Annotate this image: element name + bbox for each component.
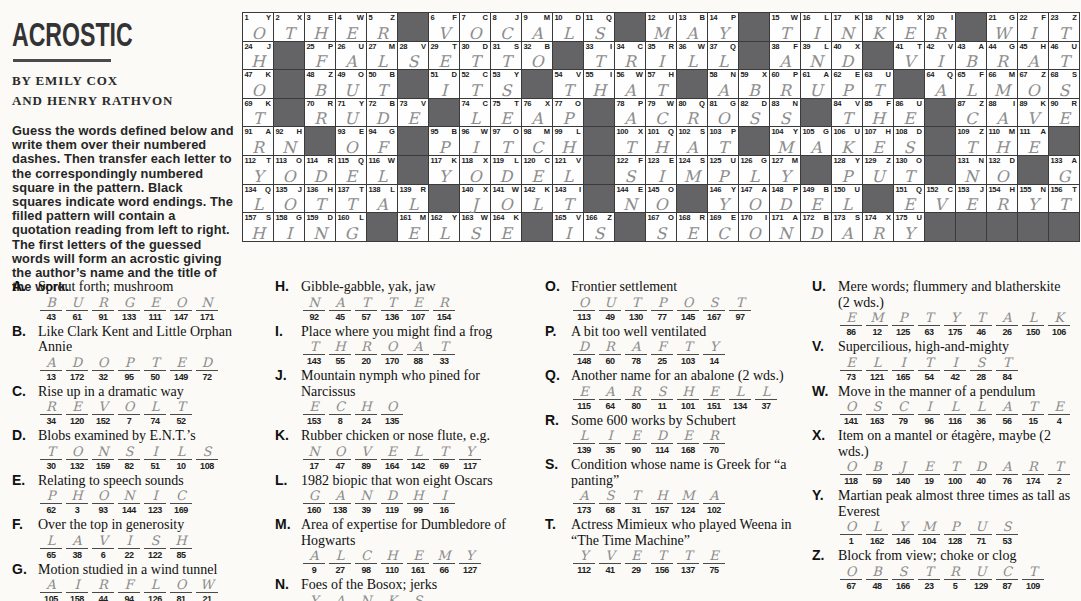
grid-cell-91[interactable]: 91AR (243, 127, 274, 156)
grid-cell-19[interactable]: 19XE (894, 13, 925, 42)
grid-cell-104[interactable]: 104YM (770, 127, 801, 156)
answer-slot-79[interactable]: C79 (892, 400, 914, 426)
answer-slot-169[interactable]: C169 (170, 489, 192, 515)
answer-slot-99[interactable]: H99 (407, 489, 429, 515)
answer-slot-67[interactable]: O67 (840, 565, 862, 591)
answer-slot-8[interactable]: C8 (329, 400, 351, 426)
grid-cell-73[interactable]: 73VE (398, 99, 429, 128)
answer-slot-68[interactable]: S68 (599, 489, 621, 515)
grid-cell-107[interactable]: 107HE (863, 127, 894, 156)
grid-cell-27[interactable]: 27ML (367, 42, 398, 71)
grid-cell-29[interactable]: 29TE (429, 42, 460, 71)
answer-slot-137[interactable]: T137 (677, 549, 699, 575)
grid-cell-151[interactable]: 151QE (894, 185, 925, 214)
answer-slot-24[interactable]: H24 (355, 400, 377, 426)
grid-cell-140[interactable]: 140XJ (460, 185, 491, 214)
answer-slot-113[interactable]: O113 (573, 296, 595, 322)
grid-cell-52[interactable]: 52CT (460, 70, 491, 99)
grid-cell-146[interactable]: 146YY (708, 185, 739, 214)
answer-slot-159[interactable]: N159 (92, 445, 114, 471)
answer-slot-35[interactable]: I35 (599, 429, 621, 455)
answer-slot-108[interactable]: S108 (196, 445, 218, 471)
grid-cell-54[interactable]: 54VT (553, 70, 584, 99)
answer-slot-33[interactable]: T33 (433, 340, 455, 366)
answer-slot-135[interactable]: O135 (381, 400, 403, 426)
grid-cell-152[interactable]: 152CV (925, 185, 956, 214)
answer-slot-34[interactable]: R34 (40, 400, 62, 426)
answer-slot-69[interactable]: T69 (433, 445, 455, 471)
answer-slot-142[interactable]: L142 (407, 445, 429, 471)
answer-slot-84[interactable]: T84 (996, 356, 1018, 382)
grid-cell-61[interactable]: 61AU (801, 70, 832, 99)
answer-slot-32[interactable]: O32 (92, 356, 114, 382)
answer-slot-9[interactable]: A9 (303, 549, 325, 575)
answer-slot-40[interactable]: D40 (970, 460, 992, 486)
answer-slot-37[interactable]: L37 (755, 385, 777, 411)
grid-cell-149[interactable]: 149BE (801, 185, 832, 214)
grid-cell-13[interactable]: 13BA (677, 13, 708, 42)
answer-slot-3[interactable]: H3 (66, 489, 88, 515)
grid-cell-28[interactable]: 28VS (398, 42, 429, 71)
answer-slot-78[interactable]: A78 (625, 340, 647, 366)
grid-cell-20[interactable]: 20IR (925, 13, 956, 42)
answer-slot-4[interactable]: E4 (1048, 400, 1070, 426)
grid-cell-139[interactable]: 139RL (398, 185, 429, 214)
grid-cell-159[interactable]: 159DN (305, 213, 336, 242)
answer-slot-70[interactable]: R70 (703, 429, 725, 455)
grid-cell-46[interactable]: 46UT (1049, 42, 1080, 71)
grid-cell-40[interactable]: 40XD (832, 42, 863, 71)
answer-slot-28[interactable]: S28 (970, 356, 992, 382)
answer-slot-23[interactable]: T23 (918, 565, 940, 591)
answer-slot-57[interactable]: T57 (355, 296, 377, 322)
grid-cell-160[interactable]: 160LG (336, 213, 367, 242)
grid-cell-21[interactable]: 21GW (987, 13, 1018, 42)
grid-cell-22[interactable]: 22FI (1018, 13, 1049, 42)
answer-slot-131[interactable]: N131 (355, 594, 377, 601)
answer-slot-39[interactable]: N39 (355, 489, 377, 515)
answer-slot-58[interactable]: A58 (329, 594, 351, 601)
grid-cell-138[interactable]: 138LA (367, 185, 398, 214)
grid-cell-117[interactable]: 117KY (429, 156, 460, 185)
grid-cell-4[interactable]: 4WE (336, 13, 367, 42)
grid-cell-143[interactable]: 143IT (553, 185, 584, 214)
grid-cell-67[interactable]: 67ZO (1018, 70, 1049, 99)
grid-cell-32[interactable]: 32BO (522, 42, 553, 71)
answer-slot-155[interactable]: Y155 (303, 594, 325, 601)
answer-slot-134[interactable]: L134 (729, 385, 751, 411)
grid-cell-9[interactable]: 9MA (522, 13, 553, 42)
grid-cell-80[interactable]: 80QR (677, 99, 708, 128)
answer-slot-36[interactable]: L36 (970, 400, 992, 426)
answer-slot-85[interactable]: H85 (170, 534, 192, 560)
answer-slot-163[interactable]: S163 (866, 400, 888, 426)
grid-cell-129[interactable]: 129ZU (863, 156, 894, 185)
answer-slot-154[interactable]: R154 (433, 296, 455, 322)
answer-slot-145[interactable]: O145 (677, 296, 699, 322)
grid-cell-141[interactable]: 141WO (491, 185, 522, 214)
answer-slot-52[interactable]: T52 (170, 400, 192, 426)
answer-slot-119[interactable]: D119 (381, 489, 403, 515)
grid-cell-155[interactable]: 155NY (1018, 185, 1049, 214)
answer-slot-117[interactable]: Y117 (459, 445, 481, 471)
answer-slot-171[interactable]: N171 (196, 296, 218, 322)
answer-slot-123[interactable]: I123 (144, 489, 166, 515)
answer-slot-115[interactable]: E115 (573, 385, 595, 411)
grid-cell-95[interactable]: 95BP (429, 127, 460, 156)
answer-slot-7[interactable]: O7 (118, 400, 140, 426)
answer-slot-93[interactable]: O93 (92, 489, 114, 515)
answer-slot-63[interactable]: T63 (918, 311, 940, 337)
grid-cell-50[interactable]: 50BT (367, 70, 398, 99)
answer-slot-60[interactable]: R60 (599, 340, 621, 366)
grid-cell-142[interactable]: 142KL (522, 185, 553, 214)
grid-cell-161[interactable]: 161ME (398, 213, 429, 242)
grid-cell-37[interactable]: 37QL (708, 42, 739, 71)
answer-slot-100[interactable]: T100 (944, 460, 966, 486)
answer-slot-160[interactable]: G160 (303, 489, 325, 515)
answer-slot-87[interactable]: C87 (996, 565, 1018, 591)
grid-cell-90[interactable]: 90RE (1049, 99, 1080, 128)
grid-cell-154[interactable]: 154HR (987, 185, 1018, 214)
grid-cell-84[interactable]: 84VT (832, 99, 863, 128)
grid-cell-7[interactable]: 7CO (460, 13, 491, 42)
answer-slot-107[interactable]: E107 (407, 296, 429, 322)
grid-cell-76[interactable]: 76XA (522, 99, 553, 128)
grid-cell-38[interactable]: 38FA (770, 42, 801, 71)
grid-cell-109[interactable]: 109ZT (956, 127, 987, 156)
answer-slot-45[interactable]: A45 (329, 296, 351, 322)
grid-cell-51[interactable]: 51DI (429, 70, 460, 99)
answer-slot-22[interactable]: I22 (118, 534, 140, 560)
answer-slot-125[interactable]: P125 (892, 311, 914, 337)
answer-slot-47[interactable]: O47 (329, 445, 351, 471)
answer-slot-132[interactable]: O132 (66, 445, 88, 471)
grid-cell-12[interactable]: 12UM (646, 13, 677, 42)
answer-slot-15[interactable]: T15 (1022, 400, 1044, 426)
grid-cell-25[interactable]: 25PF (305, 42, 336, 71)
answer-slot-72[interactable]: D72 (196, 356, 218, 382)
grid-cell-3[interactable]: 3EH (305, 13, 336, 42)
grid-cell-128[interactable]: 128YP (832, 156, 863, 185)
grid-cell-65[interactable]: 65FL (956, 70, 987, 99)
grid-cell-100[interactable]: 100XT (615, 127, 646, 156)
grid-cell-93[interactable]: 93EO (336, 127, 367, 156)
grid-cell-133[interactable]: 133AG (1049, 156, 1080, 185)
grid-cell-69[interactable]: 69KT (243, 99, 274, 128)
grid-cell-59[interactable]: 59XB (739, 70, 770, 99)
answer-slot-166[interactable]: S166 (892, 565, 914, 591)
answer-slot-104[interactable]: M104 (918, 520, 940, 546)
grid-cell-72[interactable]: 72BD (367, 99, 398, 128)
grid-cell-15[interactable]: 15WT (770, 13, 801, 42)
grid-cell-5[interactable]: 5ZR (367, 13, 398, 42)
answer-slot-48[interactable]: B48 (866, 565, 888, 591)
grid-cell-123[interactable]: 123EI (646, 156, 677, 185)
answer-slot-126[interactable]: L126 (144, 578, 166, 601)
answer-slot-95[interactable]: P95 (118, 356, 140, 382)
grid-cell-33[interactable]: 33IT (584, 42, 615, 71)
grid-cell-112[interactable]: 112TY (243, 156, 274, 185)
answer-slot-73[interactable]: E73 (840, 356, 862, 382)
answer-slot-170[interactable]: O170 (381, 340, 403, 366)
answer-slot-103[interactable]: T103 (677, 340, 699, 366)
grid-cell-89[interactable]: 89KV (1018, 99, 1049, 128)
answer-slot-149[interactable]: E149 (170, 356, 192, 382)
grid-cell-14[interactable]: 14PY (708, 13, 739, 42)
grid-cell-116[interactable]: 116WL (367, 156, 398, 185)
grid-cell-165[interactable]: 165VI (553, 213, 584, 242)
grid-cell-164[interactable]: 164KE (491, 213, 522, 242)
answer-slot-94[interactable]: F94 (118, 578, 140, 601)
grid-cell-114[interactable]: 114RD (305, 156, 336, 185)
grid-cell-47[interactable]: 47KO (243, 70, 274, 99)
answer-slot-141[interactable]: O141 (840, 400, 862, 426)
grid-cell-60[interactable]: 60PR (770, 70, 801, 99)
answer-slot-116[interactable]: L116 (944, 400, 966, 426)
answer-slot-167[interactable]: S167 (703, 296, 725, 322)
answer-slot-168[interactable]: E168 (677, 429, 699, 455)
grid-cell-88[interactable]: 88IA (987, 99, 1018, 128)
answer-slot-153[interactable]: E153 (303, 400, 325, 426)
answer-slot-91[interactable]: R91 (92, 296, 114, 322)
answer-slot-97[interactable]: T97 (729, 296, 751, 322)
answer-slot-109[interactable]: T109 (1022, 565, 1044, 591)
grid-cell-168[interactable]: 168RE (677, 213, 708, 242)
answer-slot-114[interactable]: D114 (651, 429, 673, 455)
answer-slot-50[interactable]: T50 (144, 356, 166, 382)
grid-cell-75[interactable]: 75TE (491, 99, 522, 128)
answer-slot-49[interactable]: U49 (599, 296, 621, 322)
grid-cell-8[interactable]: 8JC (491, 13, 522, 42)
grid-cell-96[interactable]: 96WI (460, 127, 491, 156)
answer-slot-105[interactable]: A105 (40, 578, 62, 601)
answer-slot-80[interactable]: R80 (625, 385, 647, 411)
grid-cell-172[interactable]: 172BD (801, 213, 832, 242)
answer-slot-122[interactable]: S122 (144, 534, 166, 560)
grid-cell-77[interactable]: 77OP (553, 99, 584, 128)
answer-slot-121[interactable]: L121 (866, 356, 888, 382)
answer-slot-156[interactable]: T156 (651, 549, 673, 575)
grid-cell-58[interactable]: 58NA (708, 70, 739, 99)
grid-cell-11[interactable]: 11QS (584, 13, 615, 42)
answer-slot-10[interactable]: L10 (170, 445, 192, 471)
answer-slot-14[interactable]: Y14 (703, 340, 725, 366)
grid-cell-53[interactable]: 53YS (491, 70, 522, 99)
answer-slot-158[interactable]: I158 (66, 578, 88, 601)
answer-slot-102[interactable]: A102 (703, 489, 725, 515)
grid-cell-118[interactable]: 118XO (460, 156, 491, 185)
grid-cell-94[interactable]: 94GF (367, 127, 398, 156)
grid-cell-98[interactable]: 98MC (522, 127, 553, 156)
grid-cell-34[interactable]: 34CR (615, 42, 646, 71)
grid-cell-83[interactable]: 83NS (770, 99, 801, 128)
grid-cell-10[interactable]: 10DL (553, 13, 584, 42)
answer-slot-51[interactable]: I51 (144, 445, 166, 471)
answer-slot-83[interactable]: S83 (407, 594, 429, 601)
answer-slot-172[interactable]: D172 (66, 356, 88, 382)
grid-cell-55[interactable]: 55IH (584, 70, 615, 99)
grid-cell-103[interactable]: 103PT (708, 127, 739, 156)
answer-slot-64[interactable]: A64 (599, 385, 621, 411)
grid-cell-42[interactable]: 42VI (925, 42, 956, 71)
answer-slot-12[interactable]: M12 (866, 311, 888, 337)
grid-cell-127[interactable]: 127MY (770, 156, 801, 185)
answer-slot-71[interactable]: U71 (970, 520, 992, 546)
answer-slot-1[interactable]: O1 (840, 520, 862, 546)
answer-slot-13[interactable]: A13 (40, 356, 62, 382)
answer-slot-74[interactable]: L74 (144, 400, 166, 426)
answer-slot-106[interactable]: K106 (1048, 311, 1070, 337)
grid-cell-87[interactable]: 87ZC (956, 99, 987, 128)
answer-slot-162[interactable]: L162 (866, 520, 888, 546)
grid-cell-136[interactable]: 136HT (305, 185, 336, 214)
grid-cell-43[interactable]: 43AB (956, 42, 987, 71)
answer-slot-165[interactable]: I165 (892, 356, 914, 382)
answer-slot-61[interactable]: U61 (66, 296, 88, 322)
answer-slot-26[interactable]: A26 (996, 311, 1018, 337)
grid-cell-145[interactable]: 145OO (646, 185, 677, 214)
answer-slot-53[interactable]: S53 (996, 520, 1018, 546)
grid-cell-86[interactable]: 86UE (894, 99, 925, 128)
grid-cell-74[interactable]: 74CL (460, 99, 491, 128)
grid-cell-156[interactable]: 156TT (1049, 185, 1080, 214)
answer-slot-151[interactable]: E151 (703, 385, 725, 411)
grid-cell-105[interactable]: 105GA (801, 127, 832, 156)
answer-slot-65[interactable]: L65 (40, 534, 62, 560)
grid-cell-78[interactable]: 78PA (615, 99, 646, 128)
grid-cell-170[interactable]: 170IO (739, 213, 770, 242)
answer-slot-82[interactable]: S82 (118, 445, 140, 471)
grid-cell-169[interactable]: 169EC (708, 213, 739, 242)
grid-cell-158[interactable]: 158GI (274, 213, 305, 242)
answer-slot-30[interactable]: T30 (40, 445, 62, 471)
answer-slot-55[interactable]: H55 (329, 340, 351, 366)
answer-slot-54[interactable]: T54 (918, 356, 940, 382)
grid-cell-82[interactable]: 82DS (739, 99, 770, 128)
grid-cell-132[interactable]: 132DO (987, 156, 1018, 185)
answer-slot-75[interactable]: E75 (703, 549, 725, 575)
answer-slot-174[interactable]: R174 (1022, 460, 1044, 486)
grid-cell-57[interactable]: 57HT (646, 70, 677, 99)
grid-cell-111[interactable]: 111AE (1018, 127, 1049, 156)
grid-cell-124[interactable]: 124SM (677, 156, 708, 185)
answer-slot-17[interactable]: N17 (303, 445, 325, 471)
answer-slot-43[interactable]: B43 (40, 296, 62, 322)
grid-cell-6[interactable]: 6FV (429, 13, 460, 42)
grid-cell-147[interactable]: 147AO (739, 185, 770, 214)
answer-slot-147[interactable]: O147 (170, 296, 192, 322)
grid-cell-56[interactable]: 56WA (615, 70, 646, 99)
answer-slot-77[interactable]: P77 (651, 296, 673, 322)
grid-cell-41[interactable]: 41TV (894, 42, 925, 71)
answer-slot-42[interactable]: I42 (944, 356, 966, 382)
grid-cell-99[interactable]: 99LH (553, 127, 584, 156)
answer-slot-59[interactable]: B59 (866, 460, 888, 486)
answer-slot-19[interactable]: E19 (918, 460, 940, 486)
answer-slot-98[interactable]: C98 (355, 549, 377, 575)
answer-slot-110[interactable]: H110 (381, 549, 403, 575)
answer-slot-124[interactable]: M124 (677, 489, 699, 515)
grid-cell-125[interactable]: 125UP (708, 156, 739, 185)
answer-slot-112[interactable]: Y112 (573, 549, 595, 575)
grid-cell-30[interactable]: 30DT (460, 42, 491, 71)
grid-cell-106[interactable]: 106UK (832, 127, 863, 156)
grid-cell-121[interactable]: 121VL (553, 156, 584, 185)
answer-slot-6[interactable]: V6 (92, 534, 114, 560)
grid-cell-24[interactable]: 24JH (243, 42, 274, 71)
answer-slot-27[interactable]: L27 (329, 549, 351, 575)
grid-cell-134[interactable]: 134QL (243, 185, 274, 214)
grid-cell-162[interactable]: 162YL (429, 213, 460, 242)
answer-slot-111[interactable]: E111 (144, 296, 166, 322)
answer-slot-128[interactable]: P128 (944, 520, 966, 546)
grid-cell-97[interactable]: 97OT (491, 127, 522, 156)
answer-slot-175[interactable]: Y175 (944, 311, 966, 337)
answer-slot-96[interactable]: I96 (918, 400, 940, 426)
answer-slot-157[interactable]: H157 (651, 489, 673, 515)
grid-cell-173[interactable]: 173SA (832, 213, 863, 242)
grid-cell-148[interactable]: 148PD (770, 185, 801, 214)
answer-slot-62[interactable]: P62 (40, 489, 62, 515)
answer-slot-25[interactable]: F25 (651, 340, 673, 366)
answer-slot-120[interactable]: E120 (66, 400, 88, 426)
answer-slot-11[interactable]: S11 (651, 385, 673, 411)
answer-slot-90[interactable]: E90 (625, 429, 647, 455)
grid-cell-18[interactable]: 18NK (863, 13, 894, 42)
grid-cell-120[interactable]: 120CE (522, 156, 553, 185)
answer-slot-140[interactable]: J140 (892, 460, 914, 486)
grid-cell-135[interactable]: 135JO (274, 185, 305, 214)
answer-slot-136[interactable]: T136 (381, 296, 403, 322)
grid-cell-174[interactable]: 174XR (863, 213, 894, 242)
grid-cell-71[interactable]: 71YU (336, 99, 367, 128)
grid-cell-2[interactable]: 2XT (274, 13, 305, 42)
grid-cell-131[interactable]: 131NN (956, 156, 987, 185)
answer-slot-133[interactable]: G133 (118, 296, 140, 322)
grid-cell-81[interactable]: 81GO (708, 99, 739, 128)
grid-cell-113[interactable]: 113OO (274, 156, 305, 185)
grid-cell-70[interactable]: 70RR (305, 99, 336, 128)
answer-slot-56[interactable]: A56 (996, 400, 1018, 426)
answer-slot-46[interactable]: T46 (970, 311, 992, 337)
answer-slot-139[interactable]: L139 (573, 429, 595, 455)
grid-cell-92[interactable]: 92HN (274, 127, 305, 156)
grid-cell-166[interactable]: 166ZS (584, 213, 615, 242)
answer-slot-29[interactable]: E29 (625, 549, 647, 575)
grid-cell-130[interactable]: 130OT (894, 156, 925, 185)
answer-slot-144[interactable]: N144 (118, 489, 140, 515)
answer-slot-38[interactable]: A38 (66, 534, 88, 560)
answer-slot-81[interactable]: O81 (170, 578, 192, 601)
answer-slot-152[interactable]: V152 (92, 400, 114, 426)
grid-cell-79[interactable]: 79WC (646, 99, 677, 128)
grid-cell-63[interactable]: 63UT (863, 70, 894, 99)
grid-cell-64[interactable]: 64QA (925, 70, 956, 99)
answer-slot-101[interactable]: H101 (677, 385, 699, 411)
grid-cell-110[interactable]: 110MH (987, 127, 1018, 156)
grid-cell-115[interactable]: 115QE (336, 156, 367, 185)
grid-cell-49[interactable]: 49OU (336, 70, 367, 99)
answer-slot-88[interactable]: A88 (407, 340, 429, 366)
grid-cell-45[interactable]: 45HA (1018, 42, 1049, 71)
grid-cell-66[interactable]: 66MM (987, 70, 1018, 99)
grid-cell-17[interactable]: 17KN (832, 13, 863, 42)
answer-slot-129[interactable]: U129 (970, 565, 992, 591)
answer-slot-76[interactable]: A76 (996, 460, 1018, 486)
answer-slot-89[interactable]: V89 (355, 445, 377, 471)
grid-cell-122[interactable]: 122FS (615, 156, 646, 185)
